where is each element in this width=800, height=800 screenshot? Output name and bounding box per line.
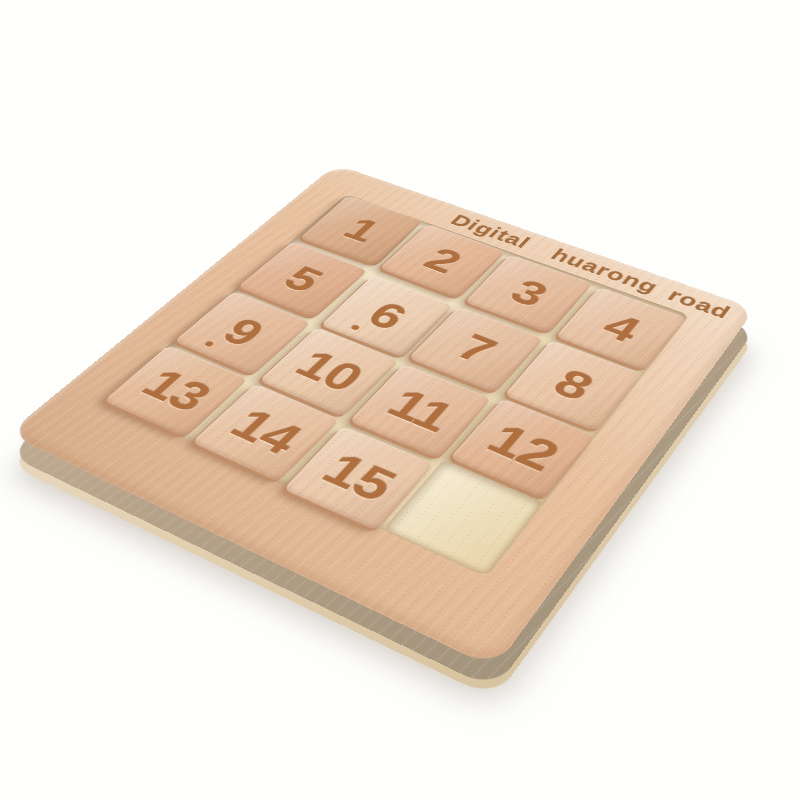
puzzle-recess: 123456789101112131415 [102,194,690,577]
product-photo: Digital huarong road 1234567891011121314… [0,0,800,800]
puzzle-board: Digital huarong road 1234567891011121314… [7,164,755,669]
